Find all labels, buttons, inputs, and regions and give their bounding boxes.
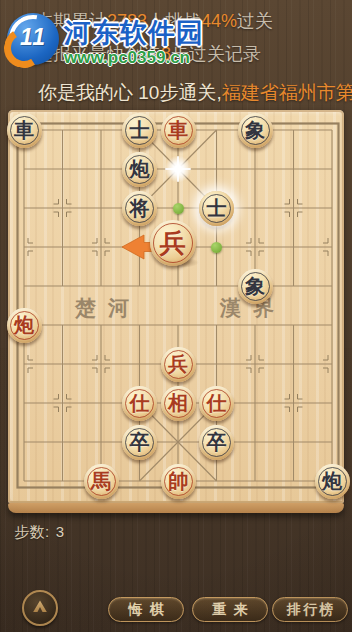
xiangqi-game-screen: 本期累计2783人挑战44%过关 赵报平最快创造8步过关记录 你是我的心 10步… [0, 0, 352, 632]
piece-red-advisor-1[interactable]: 仕 [122, 386, 157, 421]
piece-black-soldier-1[interactable]: 卒 [122, 425, 157, 460]
piece-black-elephant-1[interactable]: 象 [238, 113, 273, 148]
piece-red-elephant[interactable]: 相 [161, 386, 196, 421]
leaderboard-button[interactable]: 排行榜 [272, 597, 348, 622]
step-counter-value: 3 [56, 523, 65, 540]
piece-red-general[interactable]: 帥 [161, 464, 196, 499]
stat-line-weekly: 本期累计2783人挑战44%过关 [35, 9, 273, 33]
move-hint-dot-1[interactable] [173, 203, 184, 214]
stat-line-record: 赵报平最快创造8步过关记录 [35, 42, 261, 66]
undo-move-button[interactable]: 悔棋 [108, 597, 184, 622]
piece-red-cannon[interactable]: 炮 [7, 308, 42, 343]
piece-black-chariot[interactable]: 車 [7, 113, 42, 148]
step-counter-label: 步数: [14, 523, 50, 540]
piece-red-soldier-2[interactable]: 兵 [161, 347, 196, 382]
piece-black-cannon-1[interactable]: 炮 [122, 152, 157, 187]
restart-button[interactable]: 重来 [192, 597, 268, 622]
piece-red-advisor-2[interactable]: 仕 [199, 386, 234, 421]
piece-red-horse[interactable]: 馬 [84, 464, 119, 499]
step-counter: 步数:3 [14, 523, 65, 542]
xiangqi-board[interactable]: 楚河 漢界 車士車象炮将士兵象炮兵仕相仕卒卒馬帥炮 [8, 110, 344, 503]
piece-black-soldier-2[interactable]: 卒 [199, 425, 234, 460]
stat-line-player: 你是我的心 10步通关,福建省福州市第1 [38, 80, 352, 106]
piece-red-chariot[interactable]: 車 [161, 113, 196, 148]
chevron-up-icon [31, 598, 49, 616]
piece-black-advisor-1[interactable]: 士 [122, 113, 157, 148]
river-label-left: 楚河 [63, 294, 153, 322]
piece-red-soldier-1[interactable]: 兵 [150, 220, 196, 266]
expand-button[interactable] [22, 590, 58, 626]
piece-black-elephant-2[interactable]: 象 [238, 269, 273, 304]
piece-black-cannon-2[interactable]: 炮 [315, 464, 350, 499]
piece-black-advisor-2[interactable]: 士 [199, 191, 234, 226]
move-hint-dot-2[interactable] [211, 242, 222, 253]
last-move-origin-sparkle [164, 155, 192, 183]
piece-black-general[interactable]: 将 [122, 191, 157, 226]
